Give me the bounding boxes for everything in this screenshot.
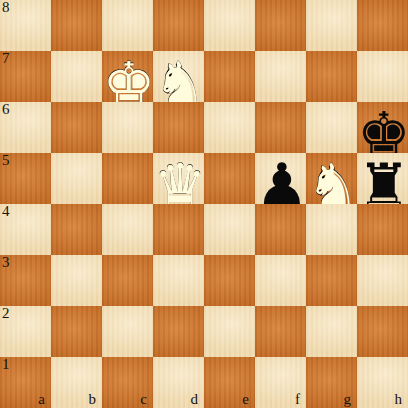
square-g2[interactable]: [306, 306, 357, 357]
rank-label-2: 2: [2, 306, 10, 321]
square-g6[interactable]: [306, 102, 357, 153]
square-f2[interactable]: [255, 306, 306, 357]
rank-label-4: 4: [2, 204, 10, 219]
square-c1[interactable]: c: [102, 357, 153, 408]
square-f8[interactable]: [255, 0, 306, 51]
square-b5[interactable]: [51, 153, 102, 204]
square-g4[interactable]: [306, 204, 357, 255]
file-label-c: c: [140, 392, 147, 407]
file-label-g: g: [344, 392, 352, 407]
square-c6[interactable]: [102, 102, 153, 153]
black-king-h6[interactable]: ♚: [357, 104, 408, 155]
rank-label-8: 8: [2, 0, 10, 15]
square-a3[interactable]: 3: [0, 255, 51, 306]
white-knight-d7[interactable]: ♞♘: [153, 53, 204, 104]
square-f1[interactable]: f: [255, 357, 306, 408]
square-h1[interactable]: h: [357, 357, 408, 408]
square-e6[interactable]: [204, 102, 255, 153]
square-f3[interactable]: [255, 255, 306, 306]
square-d1[interactable]: d: [153, 357, 204, 408]
square-c2[interactable]: [102, 306, 153, 357]
rank-label-6: 6: [2, 102, 10, 117]
square-a8[interactable]: 8: [0, 0, 51, 51]
file-label-h: h: [395, 392, 403, 407]
square-h7[interactable]: [357, 51, 408, 102]
square-d4[interactable]: [153, 204, 204, 255]
square-h2[interactable]: [357, 306, 408, 357]
square-a2[interactable]: 2: [0, 306, 51, 357]
square-a6[interactable]: 6: [0, 102, 51, 153]
square-d5[interactable]: ♛♕: [153, 153, 204, 204]
white-knight-g5[interactable]: ♞♘: [306, 155, 357, 206]
square-h6[interactable]: ♚: [357, 102, 408, 153]
white-king-c7[interactable]: ♚♔: [102, 53, 153, 104]
square-h4[interactable]: [357, 204, 408, 255]
square-e7[interactable]: [204, 51, 255, 102]
square-a4[interactable]: 4: [0, 204, 51, 255]
square-d6[interactable]: [153, 102, 204, 153]
square-a1[interactable]: 1a: [0, 357, 51, 408]
square-g7[interactable]: [306, 51, 357, 102]
square-b7[interactable]: [51, 51, 102, 102]
square-g8[interactable]: [306, 0, 357, 51]
rank-label-3: 3: [2, 255, 10, 270]
square-g1[interactable]: g: [306, 357, 357, 408]
square-b1[interactable]: b: [51, 357, 102, 408]
file-label-f: f: [295, 392, 300, 407]
square-c5[interactable]: [102, 153, 153, 204]
square-f5[interactable]: ♟: [255, 153, 306, 204]
file-label-b: b: [89, 392, 97, 407]
square-g5[interactable]: ♞♘: [306, 153, 357, 204]
square-c7[interactable]: ♚♔: [102, 51, 153, 102]
square-g3[interactable]: [306, 255, 357, 306]
square-e5[interactable]: [204, 153, 255, 204]
square-e8[interactable]: [204, 0, 255, 51]
rank-label-5: 5: [2, 153, 10, 168]
square-e1[interactable]: e: [204, 357, 255, 408]
square-d2[interactable]: [153, 306, 204, 357]
black-rook-h5[interactable]: ♜: [357, 155, 408, 206]
square-h5[interactable]: ♜: [357, 153, 408, 204]
square-e2[interactable]: [204, 306, 255, 357]
rank-label-7: 7: [2, 51, 10, 66]
square-h3[interactable]: [357, 255, 408, 306]
square-f7[interactable]: [255, 51, 306, 102]
square-b8[interactable]: [51, 0, 102, 51]
white-queen-d5[interactable]: ♛♕: [153, 155, 204, 206]
square-h8[interactable]: [357, 0, 408, 51]
file-label-e: e: [242, 392, 249, 407]
file-label-d: d: [191, 392, 199, 407]
square-c4[interactable]: [102, 204, 153, 255]
square-f4[interactable]: [255, 204, 306, 255]
square-c8[interactable]: [102, 0, 153, 51]
square-e3[interactable]: [204, 255, 255, 306]
rank-label-1: 1: [2, 357, 10, 372]
square-b2[interactable]: [51, 306, 102, 357]
square-c3[interactable]: [102, 255, 153, 306]
square-b4[interactable]: [51, 204, 102, 255]
square-b6[interactable]: [51, 102, 102, 153]
square-d3[interactable]: [153, 255, 204, 306]
square-a5[interactable]: 5: [0, 153, 51, 204]
file-label-a: a: [38, 392, 45, 407]
square-e4[interactable]: [204, 204, 255, 255]
square-f6[interactable]: [255, 102, 306, 153]
square-d7[interactable]: ♞♘: [153, 51, 204, 102]
chess-board: 87♚♔♞♘6♚5♛♕♟♞♘♜4321abcdefgh: [0, 0, 408, 408]
square-a7[interactable]: 7: [0, 51, 51, 102]
square-b3[interactable]: [51, 255, 102, 306]
black-pawn-f5[interactable]: ♟: [255, 155, 306, 206]
square-d8[interactable]: [153, 0, 204, 51]
